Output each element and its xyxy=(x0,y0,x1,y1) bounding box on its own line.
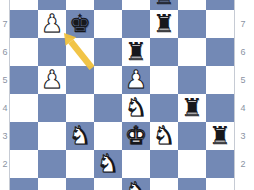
square-b1[interactable] xyxy=(38,178,66,190)
square-f5[interactable] xyxy=(150,66,178,94)
white-knight-d2[interactable]: ♞ xyxy=(94,150,122,178)
square-c1[interactable] xyxy=(66,178,94,190)
black-rook-e6[interactable]: ♜ xyxy=(122,38,150,66)
white-knight-e4[interactable]: ♞ xyxy=(122,94,150,122)
square-e2[interactable] xyxy=(122,150,150,178)
rank-label-right-5: 5 xyxy=(238,66,248,94)
rank-label-right-6: 6 xyxy=(238,38,248,66)
square-a5[interactable] xyxy=(10,66,38,94)
white-king-e3[interactable]: ♚ xyxy=(122,122,150,150)
chess-board: ♜♟♚♜♜♟♟♞♜♞♚♞♜♞♞ xyxy=(10,0,234,190)
square-c4[interactable] xyxy=(66,94,94,122)
square-f6[interactable] xyxy=(150,38,178,66)
square-h1[interactable] xyxy=(206,178,234,190)
square-c3[interactable]: ♞ xyxy=(66,122,94,150)
square-a4[interactable] xyxy=(10,94,38,122)
square-e3[interactable]: ♚ xyxy=(122,122,150,150)
square-g6[interactable] xyxy=(178,38,206,66)
square-e1[interactable]: ♞ xyxy=(122,178,150,190)
white-pawn-b7[interactable]: ♟ xyxy=(38,10,66,38)
square-c6[interactable] xyxy=(66,38,94,66)
square-h5[interactable] xyxy=(206,66,234,94)
square-c2[interactable] xyxy=(66,150,94,178)
square-a6[interactable] xyxy=(10,38,38,66)
square-c5[interactable] xyxy=(66,66,94,94)
white-pawn-e5[interactable]: ♟ xyxy=(122,66,150,94)
square-d6[interactable] xyxy=(94,38,122,66)
white-knight-f3[interactable]: ♞ xyxy=(150,122,178,150)
square-h3[interactable]: ♜ xyxy=(206,122,234,150)
square-h7[interactable] xyxy=(206,10,234,38)
square-f2[interactable] xyxy=(150,150,178,178)
square-d4[interactable] xyxy=(94,94,122,122)
square-d8[interactable] xyxy=(94,0,122,10)
white-knight-c3[interactable]: ♞ xyxy=(66,122,94,150)
square-d1[interactable] xyxy=(94,178,122,190)
square-d2[interactable]: ♞ xyxy=(94,150,122,178)
square-d5[interactable] xyxy=(94,66,122,94)
square-f1[interactable] xyxy=(150,178,178,190)
chess-board-screenshot: ♜♟♚♜♜♟♟♞♜♞♚♞♜♞♞ 776655443322 xyxy=(0,0,254,190)
square-b4[interactable] xyxy=(38,94,66,122)
square-b3[interactable] xyxy=(38,122,66,150)
rank-label-left-4: 4 xyxy=(0,94,10,122)
rank-label-left-6: 6 xyxy=(0,38,10,66)
rank-label-left-3: 3 xyxy=(0,122,10,150)
rank-label-right-4: 4 xyxy=(238,94,248,122)
square-a3[interactable] xyxy=(10,122,38,150)
square-c7[interactable]: ♚ xyxy=(66,10,94,38)
square-g4[interactable]: ♜ xyxy=(178,94,206,122)
square-e7[interactable] xyxy=(122,10,150,38)
black-rook-g4[interactable]: ♜ xyxy=(178,94,206,122)
square-h4[interactable] xyxy=(206,94,234,122)
square-f7[interactable]: ♜ xyxy=(150,10,178,38)
square-g7[interactable] xyxy=(178,10,206,38)
square-b7[interactable]: ♟ xyxy=(38,10,66,38)
rank-label-right-7: 7 xyxy=(238,10,248,38)
white-knight-e1[interactable]: ♞ xyxy=(122,178,150,190)
rank-label-left-7: 7 xyxy=(0,10,10,38)
square-e6[interactable]: ♜ xyxy=(122,38,150,66)
rank-label-left-2: 2 xyxy=(0,150,10,178)
rank-label-left-5: 5 xyxy=(0,66,10,94)
square-a7[interactable] xyxy=(10,10,38,38)
black-rook-h3[interactable]: ♜ xyxy=(206,122,234,150)
square-d7[interactable] xyxy=(94,10,122,38)
white-pawn-b5[interactable]: ♟ xyxy=(38,66,66,94)
square-b2[interactable] xyxy=(38,150,66,178)
square-e5[interactable]: ♟ xyxy=(122,66,150,94)
square-a8[interactable] xyxy=(10,0,38,10)
square-a2[interactable] xyxy=(10,150,38,178)
rank-label-right-2: 2 xyxy=(238,150,248,178)
square-h6[interactable] xyxy=(206,38,234,66)
square-f4[interactable] xyxy=(150,94,178,122)
square-e8[interactable] xyxy=(122,0,150,10)
square-b5[interactable]: ♟ xyxy=(38,66,66,94)
square-d3[interactable] xyxy=(94,122,122,150)
square-g3[interactable] xyxy=(178,122,206,150)
square-g8[interactable] xyxy=(178,0,206,10)
square-b6[interactable] xyxy=(38,38,66,66)
square-e4[interactable]: ♞ xyxy=(122,94,150,122)
black-rook-f7[interactable]: ♜ xyxy=(150,10,178,38)
black-king-c7[interactable]: ♚ xyxy=(66,10,94,38)
square-g2[interactable] xyxy=(178,150,206,178)
square-h8[interactable] xyxy=(206,0,234,10)
square-g1[interactable] xyxy=(178,178,206,190)
square-g5[interactable] xyxy=(178,66,206,94)
square-a1[interactable] xyxy=(10,178,38,190)
square-f3[interactable]: ♞ xyxy=(150,122,178,150)
rank-label-right-3: 3 xyxy=(238,122,248,150)
square-h2[interactable] xyxy=(206,150,234,178)
